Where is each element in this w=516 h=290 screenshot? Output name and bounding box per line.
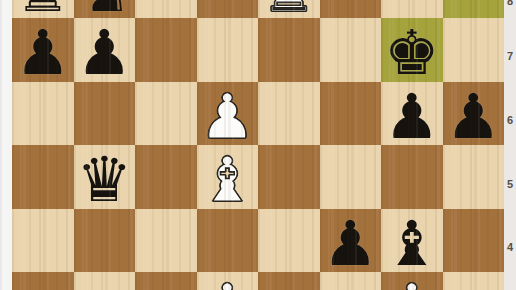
square-e5[interactable] xyxy=(258,145,320,209)
square-h3[interactable] xyxy=(443,272,505,290)
square-c4[interactable] xyxy=(135,209,197,273)
square-d7[interactable] xyxy=(197,18,259,82)
square-e3[interactable] xyxy=(258,272,320,290)
white-pawn[interactable]: ♟ xyxy=(199,275,255,290)
white-bishop[interactable]: ♝ xyxy=(199,148,255,212)
square-g5[interactable] xyxy=(381,145,443,209)
square-c3[interactable] xyxy=(135,272,197,290)
black-pawn[interactable]: ♟ xyxy=(322,212,378,276)
rank-label-8: 8 xyxy=(504,0,516,7)
square-a3[interactable] xyxy=(12,272,74,290)
square-a6[interactable] xyxy=(12,82,74,146)
square-d8[interactable] xyxy=(197,0,259,18)
black-pawn[interactable]: ♟ xyxy=(76,21,132,85)
square-g3[interactable]: ♟ xyxy=(381,272,443,290)
board-viewport: { "game": "chess", "position": { "fen_vi… xyxy=(0,0,516,290)
rank-label-4: 4 xyxy=(504,241,516,253)
square-h8[interactable] xyxy=(443,0,505,18)
square-d4[interactable] xyxy=(197,209,259,273)
black-king[interactable]: ♚ xyxy=(384,21,440,85)
square-f4[interactable]: ♟ xyxy=(320,209,382,273)
square-d5[interactable]: ♝ xyxy=(197,145,259,209)
square-d6[interactable]: ♟ xyxy=(197,82,259,146)
square-c8[interactable] xyxy=(135,0,197,18)
square-h5[interactable] xyxy=(443,145,505,209)
board[interactable]: ♜♞♜♟♟♚♟♟♟♛♝♟♝♟♟ xyxy=(12,0,504,290)
square-f5[interactable] xyxy=(320,145,382,209)
black-pawn[interactable]: ♟ xyxy=(445,85,501,149)
square-b5[interactable]: ♛ xyxy=(74,145,136,209)
black-pawn[interactable]: ♟ xyxy=(384,85,440,149)
square-g4[interactable]: ♝ xyxy=(381,209,443,273)
square-h7[interactable] xyxy=(443,18,505,82)
white-pawn[interactable]: ♟ xyxy=(384,275,440,290)
square-e8[interactable]: ♜ xyxy=(258,0,320,18)
square-f8[interactable] xyxy=(320,0,382,18)
square-f7[interactable] xyxy=(320,18,382,82)
square-f6[interactable] xyxy=(320,82,382,146)
square-e7[interactable] xyxy=(258,18,320,82)
black-queen[interactable]: ♛ xyxy=(76,148,132,212)
square-h6[interactable]: ♟ xyxy=(443,82,505,146)
square-e6[interactable] xyxy=(258,82,320,146)
square-a7[interactable]: ♟ xyxy=(12,18,74,82)
square-c5[interactable] xyxy=(135,145,197,209)
square-d3[interactable]: ♟ xyxy=(197,272,259,290)
square-c6[interactable] xyxy=(135,82,197,146)
white-pawn[interactable]: ♟ xyxy=(199,85,255,149)
square-b7[interactable]: ♟ xyxy=(74,18,136,82)
square-c7[interactable] xyxy=(135,18,197,82)
rank-label-7: 7 xyxy=(504,50,516,62)
square-h4[interactable] xyxy=(443,209,505,273)
square-e4[interactable] xyxy=(258,209,320,273)
right-gutter: 87654 xyxy=(504,0,516,290)
black-pawn[interactable]: ♟ xyxy=(15,21,71,85)
square-b3[interactable] xyxy=(74,272,136,290)
square-b6[interactable] xyxy=(74,82,136,146)
square-b4[interactable] xyxy=(74,209,136,273)
left-gutter xyxy=(0,0,12,290)
black-bishop[interactable]: ♝ xyxy=(384,212,440,276)
square-a4[interactable] xyxy=(12,209,74,273)
square-g7[interactable]: ♚ xyxy=(381,18,443,82)
rank-label-6: 6 xyxy=(504,114,516,126)
square-f3[interactable] xyxy=(320,272,382,290)
square-g6[interactable]: ♟ xyxy=(381,82,443,146)
rank-label-5: 5 xyxy=(504,178,516,190)
square-a5[interactable] xyxy=(12,145,74,209)
